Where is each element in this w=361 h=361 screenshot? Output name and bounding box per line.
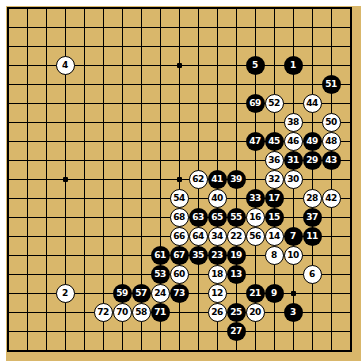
stone-2: 2 bbox=[56, 284, 75, 303]
stone-46: 46 bbox=[284, 132, 303, 151]
stone-36: 36 bbox=[265, 151, 284, 170]
stone-10: 10 bbox=[284, 246, 303, 265]
board-grid: 1234567891011121314151617181920212223242… bbox=[0, 0, 360, 360]
stone-41: 41 bbox=[208, 170, 227, 189]
stone-51: 51 bbox=[322, 75, 341, 94]
stone-33: 33 bbox=[246, 189, 265, 208]
stone-19: 19 bbox=[227, 246, 246, 265]
stone-34: 34 bbox=[208, 227, 227, 246]
stone-11: 11 bbox=[303, 227, 322, 246]
stone-12: 12 bbox=[208, 284, 227, 303]
stone-21: 21 bbox=[246, 284, 265, 303]
stone-22: 22 bbox=[227, 227, 246, 246]
stone-44: 44 bbox=[303, 94, 322, 113]
stone-66: 66 bbox=[170, 227, 189, 246]
stone-17: 17 bbox=[265, 189, 284, 208]
stone-45: 45 bbox=[265, 132, 284, 151]
stone-53: 53 bbox=[151, 265, 170, 284]
stone-67: 67 bbox=[170, 246, 189, 265]
stone-55: 55 bbox=[227, 208, 246, 227]
stone-64: 64 bbox=[189, 227, 208, 246]
stone-70: 70 bbox=[113, 303, 132, 322]
stone-42: 42 bbox=[322, 189, 341, 208]
stone-59: 59 bbox=[113, 284, 132, 303]
stone-54: 54 bbox=[170, 189, 189, 208]
kifu-diagram: 1234567891011121314151617181920212223242… bbox=[0, 0, 361, 361]
stone-71: 71 bbox=[151, 303, 170, 322]
stone-57: 57 bbox=[132, 284, 151, 303]
stone-28: 28 bbox=[303, 189, 322, 208]
stone-18: 18 bbox=[208, 265, 227, 284]
stone-60: 60 bbox=[170, 265, 189, 284]
stone-14: 14 bbox=[265, 227, 284, 246]
stone-50: 50 bbox=[322, 113, 341, 132]
stone-48: 48 bbox=[322, 132, 341, 151]
stone-37: 37 bbox=[303, 208, 322, 227]
stone-5: 5 bbox=[246, 56, 265, 75]
stone-13: 13 bbox=[227, 265, 246, 284]
stone-15: 15 bbox=[265, 208, 284, 227]
stone-52: 52 bbox=[265, 94, 284, 113]
stone-63: 63 bbox=[189, 208, 208, 227]
stone-27: 27 bbox=[227, 322, 246, 341]
stone-73: 73 bbox=[170, 284, 189, 303]
stone-47: 47 bbox=[246, 132, 265, 151]
stone-7: 7 bbox=[284, 227, 303, 246]
stone-65: 65 bbox=[208, 208, 227, 227]
stone-29: 29 bbox=[303, 151, 322, 170]
stone-4: 4 bbox=[56, 56, 75, 75]
stone-26: 26 bbox=[208, 303, 227, 322]
stone-1: 1 bbox=[284, 56, 303, 75]
stone-62: 62 bbox=[189, 170, 208, 189]
stone-35: 35 bbox=[189, 246, 208, 265]
stone-38: 38 bbox=[284, 113, 303, 132]
stone-39: 39 bbox=[227, 170, 246, 189]
stone-8: 8 bbox=[265, 246, 284, 265]
stone-69: 69 bbox=[246, 94, 265, 113]
stone-16: 16 bbox=[246, 208, 265, 227]
stone-43: 43 bbox=[322, 151, 341, 170]
stone-20: 20 bbox=[246, 303, 265, 322]
stone-72: 72 bbox=[94, 303, 113, 322]
stone-40: 40 bbox=[208, 189, 227, 208]
stone-23: 23 bbox=[208, 246, 227, 265]
stone-30: 30 bbox=[284, 170, 303, 189]
stone-68: 68 bbox=[170, 208, 189, 227]
stone-56: 56 bbox=[246, 227, 265, 246]
stone-9: 9 bbox=[265, 284, 284, 303]
stone-61: 61 bbox=[151, 246, 170, 265]
stone-3: 3 bbox=[284, 303, 303, 322]
stone-31: 31 bbox=[284, 151, 303, 170]
stone-49: 49 bbox=[303, 132, 322, 151]
stone-58: 58 bbox=[132, 303, 151, 322]
stone-32: 32 bbox=[265, 170, 284, 189]
stone-24: 24 bbox=[151, 284, 170, 303]
stone-25: 25 bbox=[227, 303, 246, 322]
stone-6: 6 bbox=[303, 265, 322, 284]
